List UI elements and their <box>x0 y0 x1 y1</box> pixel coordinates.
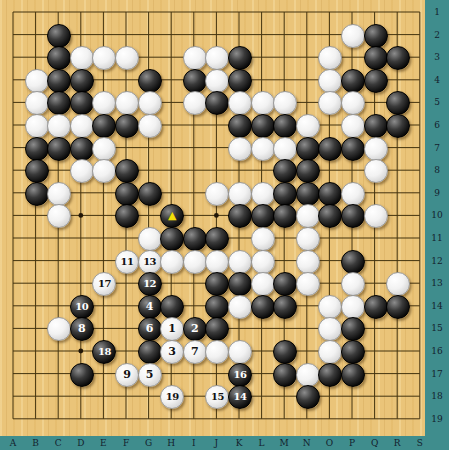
stone-M16-black <box>273 340 297 364</box>
stone-J18-white: 15 <box>205 385 229 409</box>
stone-P12-black <box>341 250 365 274</box>
stone-J12-white <box>205 250 229 274</box>
stone-H14-black <box>160 295 184 319</box>
column-label-P: P <box>349 439 355 448</box>
stone-O15-white <box>318 317 342 341</box>
stone-C5-black <box>47 91 71 115</box>
stone-R3-black <box>386 46 410 70</box>
stone-J4-white <box>205 69 229 93</box>
move-number-3: 3 <box>168 341 176 363</box>
stone-G12-white: 13 <box>138 250 162 274</box>
stone-J14-black <box>205 295 229 319</box>
stone-O3-white <box>318 46 342 70</box>
move-number-10: 10 <box>75 296 88 318</box>
move-number-8: 8 <box>78 318 86 340</box>
stone-I3-white <box>183 46 207 70</box>
stone-L7-white <box>251 137 275 161</box>
stone-N17-white <box>296 363 320 387</box>
stone-P5-white <box>341 91 365 115</box>
stone-N7-black <box>296 137 320 161</box>
stone-G11-white <box>138 227 162 251</box>
move-number-16: 16 <box>234 364 247 386</box>
stone-K18-black: 14 <box>228 385 252 409</box>
move-number-15: 15 <box>211 386 224 408</box>
stone-J16-white <box>205 340 229 364</box>
stone-O10-black <box>318 204 342 228</box>
row-label-4: 4 <box>434 75 440 84</box>
stone-P14-white <box>341 295 365 319</box>
stone-I5-white <box>183 91 207 115</box>
stone-M14-black <box>273 295 297 319</box>
stone-D17-black <box>70 363 94 387</box>
column-label-I: I <box>192 439 196 448</box>
row-label-2: 2 <box>434 30 440 39</box>
row-label-17: 17 <box>431 369 442 378</box>
stone-G15-black: 6 <box>138 317 162 341</box>
stone-I12-white <box>183 250 207 274</box>
stone-F5-white <box>115 91 139 115</box>
stone-E16-black: 18 <box>92 340 116 364</box>
stone-N12-white <box>296 250 320 274</box>
stone-I11-black <box>183 227 207 251</box>
stone-N8-black <box>296 159 320 183</box>
stone-L14-black <box>251 295 275 319</box>
stone-P15-black <box>341 317 365 341</box>
stone-C7-black <box>47 137 71 161</box>
stone-Q8-white <box>364 159 388 183</box>
stone-D8-white <box>70 159 94 183</box>
stone-F10-black <box>115 204 139 228</box>
column-label-N: N <box>303 439 311 448</box>
stone-K16-white <box>228 340 252 364</box>
stone-Q14-black <box>364 295 388 319</box>
move-number-4: 4 <box>146 296 154 318</box>
stone-N13-white <box>296 272 320 296</box>
row-label-16: 16 <box>431 347 442 356</box>
stone-R5-black <box>386 91 410 115</box>
stone-Q3-black <box>364 46 388 70</box>
row-label-14: 14 <box>431 301 442 310</box>
stone-C3-black <box>47 46 71 70</box>
row-label-3: 3 <box>434 53 440 62</box>
triangle-marker-icon: ▲ <box>168 205 176 227</box>
row-label-11: 11 <box>431 234 442 243</box>
stone-J9-white <box>205 182 229 206</box>
stone-I4-black <box>183 69 207 93</box>
stone-C4-black <box>47 69 71 93</box>
column-label-K: K <box>236 439 243 448</box>
stone-F17-white: 9 <box>115 363 139 387</box>
stone-G13-black: 12 <box>138 272 162 296</box>
move-number-14: 14 <box>234 386 247 408</box>
stone-P7-black <box>341 137 365 161</box>
stone-N9-black <box>296 182 320 206</box>
stone-F6-black <box>115 114 139 138</box>
move-number-5: 5 <box>146 364 154 386</box>
row-label-8: 8 <box>434 166 440 175</box>
stone-D6-white <box>70 114 94 138</box>
row-label-12: 12 <box>431 256 442 265</box>
stone-E5-white <box>92 91 116 115</box>
column-label-O: O <box>326 439 333 448</box>
stone-J13-black <box>205 272 229 296</box>
column-label-H: H <box>167 439 175 448</box>
stone-C15-white <box>47 317 71 341</box>
row-label-13: 13 <box>431 279 442 288</box>
stone-B6-white <box>25 114 49 138</box>
stone-K13-black <box>228 272 252 296</box>
stone-I15-black: 2 <box>183 317 207 341</box>
row-label-15: 15 <box>431 324 442 333</box>
stone-Q2-black <box>364 24 388 48</box>
stone-O4-white <box>318 69 342 93</box>
row-label-9: 9 <box>434 188 440 197</box>
move-number-19: 19 <box>166 386 179 408</box>
move-number-12: 12 <box>143 273 156 295</box>
stone-G16-black <box>138 340 162 364</box>
stone-K5-white <box>228 91 252 115</box>
stone-Q6-black <box>364 114 388 138</box>
stone-G6-white <box>138 114 162 138</box>
stone-N11-white <box>296 227 320 251</box>
stone-M9-black <box>273 182 297 206</box>
stone-G5-white <box>138 91 162 115</box>
stone-F3-white <box>115 46 139 70</box>
stone-L12-white <box>251 250 275 274</box>
column-label-B: B <box>32 439 39 448</box>
stone-D14-black: 10 <box>70 295 94 319</box>
stone-K12-white <box>228 250 252 274</box>
stone-C9-white <box>47 182 71 206</box>
move-number-17: 17 <box>98 273 111 295</box>
column-label-R: R <box>394 439 401 448</box>
stone-R13-white <box>386 272 410 296</box>
stone-G4-black <box>138 69 162 93</box>
row-label-19: 19 <box>431 414 442 423</box>
stone-E6-black <box>92 114 116 138</box>
move-number-11: 11 <box>121 251 134 273</box>
stone-Q10-white <box>364 204 388 228</box>
move-number-1: 1 <box>168 318 176 340</box>
stone-D7-black <box>70 137 94 161</box>
stone-P6-white <box>341 114 365 138</box>
stone-B7-black <box>25 137 49 161</box>
stone-H10-black: ▲ <box>160 204 184 228</box>
stone-H16-white: 3 <box>160 340 184 364</box>
move-number-7: 7 <box>191 341 199 363</box>
stone-E7-white <box>92 137 116 161</box>
column-label-F: F <box>123 439 129 448</box>
row-label-6: 6 <box>434 121 440 130</box>
stone-F12-white: 11 <box>115 250 139 274</box>
stone-K14-white <box>228 295 252 319</box>
stone-M5-white <box>273 91 297 115</box>
stone-H18-white: 19 <box>160 385 184 409</box>
stone-K3-black <box>228 46 252 70</box>
move-number-2: 2 <box>191 318 199 340</box>
stone-P2-white <box>341 24 365 48</box>
stone-L10-black <box>251 204 275 228</box>
stone-L6-black <box>251 114 275 138</box>
column-label-E: E <box>100 439 107 448</box>
stone-G17-white: 5 <box>138 363 162 387</box>
stone-M6-black <box>273 114 297 138</box>
stone-R14-black <box>386 295 410 319</box>
stone-F9-black <box>115 182 139 206</box>
stone-E8-white <box>92 159 116 183</box>
stone-C10-white <box>47 204 71 228</box>
stone-L9-white <box>251 182 275 206</box>
column-label-D: D <box>77 439 84 448</box>
stone-J11-black <box>205 227 229 251</box>
stone-M7-white <box>273 137 297 161</box>
stone-M8-black <box>273 159 297 183</box>
column-label-G: G <box>145 439 152 448</box>
stone-D4-black <box>70 69 94 93</box>
column-label-C: C <box>55 439 62 448</box>
stone-D3-white <box>70 46 94 70</box>
row-label-7: 7 <box>434 143 440 152</box>
stone-O14-white <box>318 295 342 319</box>
stone-D5-black <box>70 91 94 115</box>
stone-E13-white: 17 <box>92 272 116 296</box>
stone-K17-black: 16 <box>228 363 252 387</box>
stone-O16-white <box>318 340 342 364</box>
move-number-9: 9 <box>123 364 131 386</box>
stone-B4-white <box>25 69 49 93</box>
stone-J3-white <box>205 46 229 70</box>
column-label-A: A <box>10 439 17 448</box>
row-coordinate-strip <box>425 0 449 450</box>
stone-P13-white <box>341 272 365 296</box>
stone-H12-white <box>160 250 184 274</box>
stone-L13-white <box>251 272 275 296</box>
stone-O7-black <box>318 137 342 161</box>
stone-K4-black <box>228 69 252 93</box>
move-number-18: 18 <box>98 341 111 363</box>
column-label-L: L <box>259 439 265 448</box>
stone-Q4-black <box>364 69 388 93</box>
column-label-S: S <box>417 439 423 448</box>
stone-P16-black <box>341 340 365 364</box>
stone-J5-black <box>205 91 229 115</box>
stone-R6-black <box>386 114 410 138</box>
column-coordinate-strip <box>0 436 449 450</box>
row-label-5: 5 <box>434 98 440 107</box>
stone-H11-black <box>160 227 184 251</box>
stone-L11-white <box>251 227 275 251</box>
stone-I16-white: 7 <box>183 340 207 364</box>
stone-P10-black <box>341 204 365 228</box>
stone-C2-black <box>47 24 71 48</box>
stones-layer: ▲11131712104861218379516191514 <box>0 0 449 450</box>
go-board-app: ▲11131712104861218379516191514 ABCDEFGHI… <box>0 0 449 450</box>
stone-D15-black: 8 <box>70 317 94 341</box>
stone-H15-white: 1 <box>160 317 184 341</box>
stone-P4-black <box>341 69 365 93</box>
column-label-Q: Q <box>371 439 378 448</box>
stone-O9-black <box>318 182 342 206</box>
row-label-18: 18 <box>431 392 442 401</box>
stone-B9-black <box>25 182 49 206</box>
move-number-6: 6 <box>146 318 154 340</box>
stone-K7-white <box>228 137 252 161</box>
stone-P17-black <box>341 363 365 387</box>
column-label-J: J <box>215 439 219 448</box>
stone-M13-black <box>273 272 297 296</box>
stone-E3-white <box>92 46 116 70</box>
stone-O17-black <box>318 363 342 387</box>
stone-L5-white <box>251 91 275 115</box>
stone-K10-black <box>228 204 252 228</box>
stone-O5-white <box>318 91 342 115</box>
stone-G9-black <box>138 182 162 206</box>
row-label-10: 10 <box>431 211 442 220</box>
stone-M10-black <box>273 204 297 228</box>
row-label-1: 1 <box>434 8 440 17</box>
stone-F8-black <box>115 159 139 183</box>
stone-J15-black <box>205 317 229 341</box>
stone-G14-black: 4 <box>138 295 162 319</box>
stone-N10-white <box>296 204 320 228</box>
stone-K6-black <box>228 114 252 138</box>
stone-Q7-white <box>364 137 388 161</box>
move-number-13: 13 <box>143 251 156 273</box>
stone-B8-black <box>25 159 49 183</box>
stone-B5-white <box>25 91 49 115</box>
stone-N6-white <box>296 114 320 138</box>
stone-M17-black <box>273 363 297 387</box>
stone-N18-black <box>296 385 320 409</box>
stone-P9-white <box>341 182 365 206</box>
column-label-M: M <box>280 439 289 448</box>
stone-C6-white <box>47 114 71 138</box>
stone-K9-white <box>228 182 252 206</box>
